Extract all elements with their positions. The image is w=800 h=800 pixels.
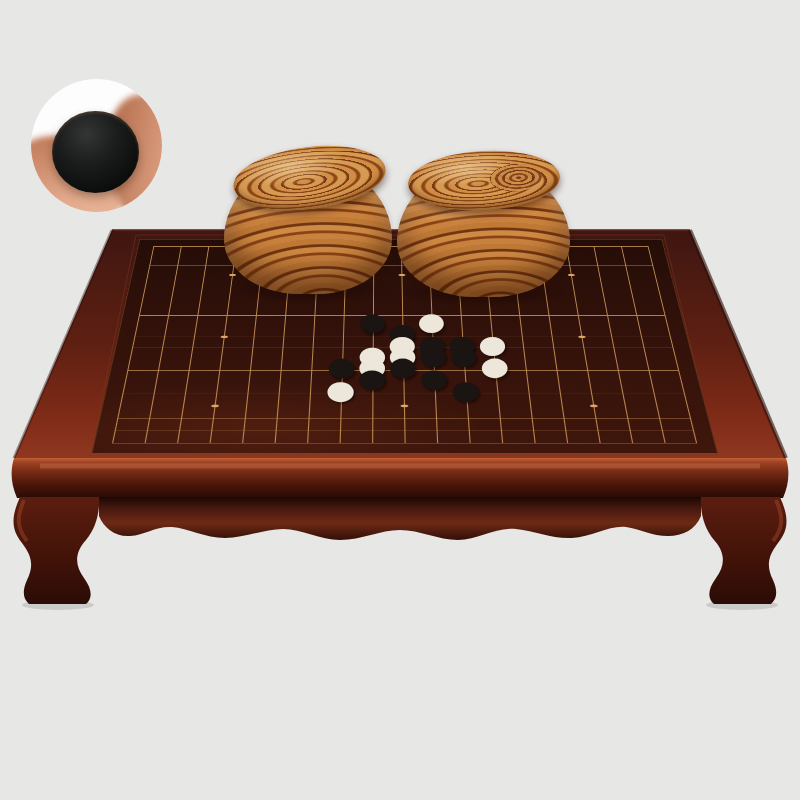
stone-black[interactable]: ● — [358, 310, 386, 335]
stone-white[interactable]: ● — [326, 377, 356, 403]
stone-black[interactable]: ● — [451, 377, 481, 403]
product-photo-scene: ●●●●●●●●●●●●●●●●●●● — [0, 0, 800, 800]
stone-black[interactable]: ● — [419, 365, 449, 391]
stone-black[interactable]: ● — [449, 342, 478, 367]
stone-white[interactable]: ● — [480, 354, 509, 380]
stone-black[interactable]: ● — [357, 365, 387, 391]
stone-black[interactable]: ● — [388, 354, 417, 380]
black-stone-closeup — [52, 111, 139, 193]
detail-inset-badge — [31, 79, 162, 212]
